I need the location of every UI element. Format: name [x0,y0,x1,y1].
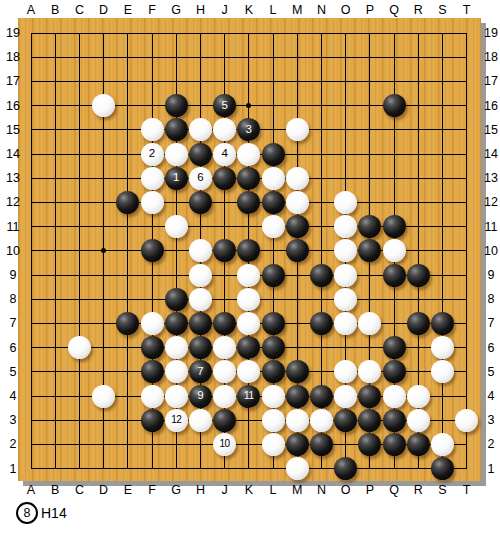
stone-black-Q3[interactable] [383,409,406,432]
column-label-top: S [438,3,446,17]
stone-white-S2[interactable] [431,433,454,456]
column-label-top: D [99,3,108,17]
column-label-top: C [75,3,84,17]
last-move-caption: 8 H14 [16,501,67,525]
row-label-right: 1 [488,462,495,476]
stone-white-O9[interactable] [334,264,357,287]
stone-black-J13[interactable] [213,167,236,190]
stone-white-F15[interactable] [141,118,164,141]
stone-white-M15[interactable] [286,118,309,141]
column-label-bottom: K [245,483,253,497]
stone-black-G15[interactable] [165,118,188,141]
move-number-label: 10 [220,439,230,449]
row-label-left: 15 [6,123,20,137]
stone-black-K13[interactable] [237,167,260,190]
stone-black-H4[interactable]: 9 [189,385,212,408]
row-label-left: 18 [6,50,20,64]
stone-white-F12[interactable] [141,191,164,214]
stone-black-M5[interactable] [286,360,309,383]
row-label-left: 1 [10,462,17,476]
stone-white-L4[interactable] [262,385,285,408]
column-label-bottom: O [341,483,351,497]
stone-black-G16[interactable] [165,94,188,117]
stone-white-R3[interactable] [407,409,430,432]
stone-black-G7[interactable] [165,312,188,335]
column-label-bottom: T [463,483,471,497]
caption-move-stone-icon: 8 [16,502,38,524]
column-label-bottom: E [124,483,132,497]
stone-black-S1[interactable] [431,457,454,480]
stone-white-J4[interactable] [213,385,236,408]
row-label-right: 11 [485,220,498,234]
stone-white-G11[interactable] [165,215,188,238]
stone-black-F3[interactable] [141,409,164,432]
stone-black-O3[interactable] [334,409,357,432]
move-number-label: 9 [197,390,203,402]
row-label-left: 3 [10,413,17,427]
row-label-left: 11 [7,220,20,234]
column-label-top: A [27,3,35,17]
column-label-bottom: F [148,483,156,497]
stone-black-G8[interactable] [165,288,188,311]
stone-white-R4[interactable] [407,385,430,408]
grid-line-vertical [442,33,443,470]
column-label-top: L [270,3,277,17]
stone-white-M12[interactable] [286,191,309,214]
column-label-bottom: N [317,483,326,497]
row-label-right: 16 [484,99,498,113]
row-label-left: 17 [6,74,20,88]
move-number-label: 5 [221,100,227,112]
stone-black-H14[interactable] [189,143,212,166]
stone-black-F10[interactable] [141,239,164,262]
stone-white-L3[interactable] [262,409,285,432]
stone-white-C6[interactable] [68,336,91,359]
row-label-left: 13 [6,171,20,185]
stone-black-N4[interactable] [310,385,333,408]
column-label-top: H [196,3,205,17]
stone-black-Q16[interactable] [383,94,406,117]
stone-white-M3[interactable] [286,409,309,432]
column-label-bottom: S [438,483,446,497]
stone-black-N2[interactable] [310,433,333,456]
column-label-top: B [51,3,59,17]
column-label-top: G [171,3,181,17]
column-label-bottom: C [75,483,84,497]
row-label-left: 2 [10,437,17,451]
stone-black-L6[interactable] [262,336,285,359]
column-label-bottom: M [292,483,302,497]
stone-black-Q11[interactable] [383,215,406,238]
row-label-right: 8 [488,292,495,306]
stone-black-L14[interactable] [262,143,285,166]
stone-white-K8[interactable] [237,288,260,311]
move-number-label: 1 [173,172,179,184]
move-number-label: 2 [149,148,155,160]
stone-white-D4[interactable] [92,385,115,408]
stone-white-H9[interactable] [189,264,212,287]
column-label-bottom: A [27,483,35,497]
move-number-label: 12 [171,415,181,425]
row-label-right: 2 [488,437,495,451]
row-label-left: 19 [6,26,20,40]
stone-black-Q9[interactable] [383,264,406,287]
row-label-right: 10 [484,244,498,258]
move-number-label: 11 [244,391,253,401]
row-label-left: 12 [6,195,20,209]
stone-black-M11[interactable] [286,215,309,238]
grid-line-vertical [466,33,467,470]
move-number-label: 4 [221,148,227,160]
column-label-bottom: H [196,483,205,497]
stone-black-L7[interactable] [262,312,285,335]
column-label-top: R [414,3,423,17]
stone-white-F13[interactable] [141,167,164,190]
row-label-right: 6 [488,341,495,355]
stone-black-M2[interactable] [286,433,309,456]
stone-black-N7[interactable] [310,312,333,335]
stone-black-Q2[interactable] [383,433,406,456]
stone-black-L12[interactable] [262,191,285,214]
stone-white-K14[interactable] [237,143,260,166]
column-label-top: P [366,3,374,17]
column-label-bottom: D [99,483,108,497]
stone-white-L11[interactable] [262,215,285,238]
stone-black-N9[interactable] [310,264,333,287]
row-label-left: 9 [10,268,17,282]
move-number-label: 6 [197,172,203,184]
stone-black-R7[interactable] [407,312,430,335]
row-label-right: 4 [488,389,495,403]
row-label-right: 5 [488,365,495,379]
stone-black-P3[interactable] [358,409,381,432]
stone-black-J7[interactable] [213,312,236,335]
column-label-top: K [245,3,253,17]
stone-black-L5[interactable] [262,360,285,383]
stone-white-G6[interactable] [165,336,188,359]
column-label-bottom: Q [389,483,399,497]
row-label-right: 17 [484,74,498,88]
row-label-right: 18 [484,50,498,64]
stone-white-F4[interactable] [141,385,164,408]
stone-black-M10[interactable] [286,239,309,262]
column-label-top: T [463,3,471,17]
row-label-left: 16 [6,99,20,113]
move-number-label: 3 [246,124,252,136]
row-label-right: 3 [488,413,495,427]
stone-black-K4[interactable]: 11 [237,385,260,408]
row-label-left: 8 [10,292,17,306]
stone-white-J2[interactable]: 10 [213,433,236,456]
stone-white-L13[interactable] [262,167,285,190]
column-label-top: F [148,3,156,17]
column-label-top: J [221,3,227,17]
stone-black-L9[interactable] [262,264,285,287]
stone-white-G3[interactable]: 12 [165,409,188,432]
column-label-bottom: R [414,483,423,497]
stone-white-G5[interactable] [165,360,188,383]
stone-white-F14[interactable]: 2 [141,143,164,166]
stone-black-J3[interactable] [213,409,236,432]
stone-black-M4[interactable] [286,385,309,408]
stone-black-P4[interactable] [358,385,381,408]
stone-white-H8[interactable] [189,288,212,311]
stone-white-G4[interactable] [165,385,188,408]
column-label-top: Q [389,3,399,17]
stone-white-O4[interactable] [334,385,357,408]
stone-black-Q5[interactable] [383,360,406,383]
row-label-right: 12 [484,195,498,209]
stone-white-Q10[interactable] [383,239,406,262]
column-label-bottom: B [51,483,59,497]
row-label-left: 14 [6,147,20,161]
stone-white-H13[interactable]: 6 [189,167,212,190]
stone-white-O7[interactable] [334,312,357,335]
stone-black-Q6[interactable] [383,336,406,359]
stone-black-S7[interactable] [431,312,454,335]
column-label-bottom: P [366,483,374,497]
stone-white-H3[interactable] [189,409,212,432]
column-label-top: O [341,3,351,17]
row-label-right: 19 [484,26,498,40]
row-label-left: 4 [10,389,17,403]
stone-white-M1[interactable] [286,457,309,480]
stone-black-R9[interactable] [407,264,430,287]
row-label-right: 7 [488,316,495,330]
stone-black-H7[interactable] [189,312,212,335]
grid-line-horizontal [31,468,468,469]
stone-black-G13[interactable]: 1 [165,167,188,190]
stone-black-R2[interactable] [407,433,430,456]
stone-black-F5[interactable] [141,360,164,383]
stone-white-K9[interactable] [237,264,260,287]
stone-white-O12[interactable] [334,191,357,214]
column-label-top: M [292,3,302,17]
go-game-diagram: AABBCCDDEEFFGGHHJJKKLLMMNNOOPPQQRRSSTT19… [0,0,500,537]
row-label-left: 5 [10,365,17,379]
caption-coordinate: H14 [41,505,67,521]
column-label-top: E [124,3,132,17]
stone-white-Q4[interactable] [383,385,406,408]
column-label-bottom: L [270,483,277,497]
move-number-label: 7 [197,366,203,378]
row-label-left: 10 [6,244,20,258]
row-label-right: 13 [484,171,498,185]
row-label-left: 6 [10,341,17,355]
column-label-bottom: J [221,483,227,497]
stone-black-H6[interactable] [189,336,212,359]
row-label-right: 15 [484,123,498,137]
row-label-left: 7 [10,316,17,330]
stone-white-S6[interactable] [431,336,454,359]
caption-move-number: 8 [24,506,31,520]
stone-white-O8[interactable] [334,288,357,311]
column-label-bottom: G [171,483,181,497]
stone-white-T3[interactable] [455,409,478,432]
row-label-right: 14 [484,147,498,161]
stone-white-G14[interactable] [165,143,188,166]
stone-white-M13[interactable] [286,167,309,190]
stone-white-N3[interactable] [310,409,333,432]
row-label-right: 9 [488,268,495,282]
stone-white-F7[interactable] [141,312,164,335]
stone-black-H12[interactable] [189,191,212,214]
stone-white-L2[interactable] [262,433,285,456]
stone-black-F6[interactable] [141,336,164,359]
stone-white-J14[interactable]: 4 [213,143,236,166]
column-label-top: N [317,3,326,17]
